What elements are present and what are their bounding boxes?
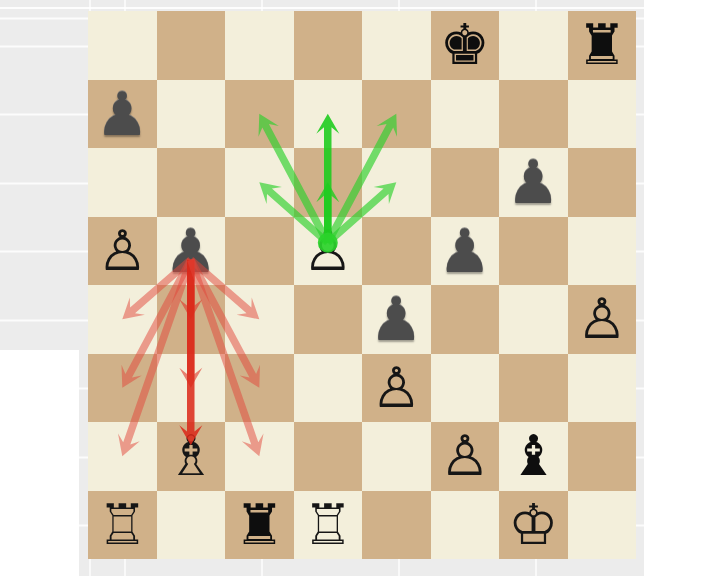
square-b4[interactable] [157, 285, 226, 354]
square-a4[interactable] [88, 285, 157, 354]
square-c2[interactable] [225, 422, 294, 491]
black-king-f8[interactable]: ♚ [431, 11, 500, 80]
black-bishop-g2[interactable]: ♝ [499, 422, 568, 491]
white-king-g1[interactable]: ♔ [499, 491, 568, 560]
square-d4[interactable] [294, 285, 363, 354]
black-pawn-b5[interactable]: ♟ [157, 217, 226, 286]
white-pawn-h4[interactable]: ♙ [568, 285, 637, 354]
square-g8[interactable] [499, 11, 568, 80]
square-a6[interactable] [88, 148, 157, 217]
black-pawn-e4[interactable]: ♟ [362, 285, 431, 354]
square-h7[interactable] [568, 80, 637, 149]
side-panel [644, 0, 720, 576]
square-h5[interactable] [568, 217, 637, 286]
white-bishop-b2[interactable]: ♗ [157, 422, 226, 491]
black-rook-h8[interactable]: ♜ [568, 11, 637, 80]
background-panel [0, 350, 79, 576]
black-pawn-a7[interactable]: ♟ [88, 80, 157, 149]
white-pawn-d5[interactable]: ♙ [294, 217, 363, 286]
square-e2[interactable] [362, 422, 431, 491]
white-rook-d1[interactable]: ♖ [294, 491, 363, 560]
square-d8[interactable] [294, 11, 363, 80]
square-c4[interactable] [225, 285, 294, 354]
square-g4[interactable] [499, 285, 568, 354]
square-d7[interactable] [294, 80, 363, 149]
black-pawn-g6[interactable]: ♟ [499, 148, 568, 217]
square-g5[interactable] [499, 217, 568, 286]
square-h6[interactable] [568, 148, 637, 217]
square-h2[interactable] [568, 422, 637, 491]
square-c3[interactable] [225, 354, 294, 423]
square-d2[interactable] [294, 422, 363, 491]
square-a2[interactable] [88, 422, 157, 491]
square-d6[interactable] [294, 148, 363, 217]
white-pawn-e3[interactable]: ♙ [362, 354, 431, 423]
square-g7[interactable] [499, 80, 568, 149]
square-b1[interactable] [157, 491, 226, 560]
square-e1[interactable] [362, 491, 431, 560]
square-f3[interactable] [431, 354, 500, 423]
page-background: ♚♜♟♟♙♟♙♟♟♙♙♗♙♝♖♜♖♔ [0, 0, 720, 576]
chess-board[interactable]: ♚♜♟♟♙♟♙♟♟♙♙♗♙♝♖♜♖♔ [88, 11, 636, 559]
square-f7[interactable] [431, 80, 500, 149]
square-b3[interactable] [157, 354, 226, 423]
background-seam [0, 7, 720, 9]
square-a3[interactable] [88, 354, 157, 423]
white-pawn-f2[interactable]: ♙ [431, 422, 500, 491]
square-c8[interactable] [225, 11, 294, 80]
square-e5[interactable] [362, 217, 431, 286]
square-h1[interactable] [568, 491, 637, 560]
square-d3[interactable] [294, 354, 363, 423]
square-f4[interactable] [431, 285, 500, 354]
square-f6[interactable] [431, 148, 500, 217]
square-e8[interactable] [362, 11, 431, 80]
square-e7[interactable] [362, 80, 431, 149]
square-g3[interactable] [499, 354, 568, 423]
square-c6[interactable] [225, 148, 294, 217]
square-c7[interactable] [225, 80, 294, 149]
square-f1[interactable] [431, 491, 500, 560]
square-e6[interactable] [362, 148, 431, 217]
black-pawn-f5[interactable]: ♟ [431, 217, 500, 286]
white-pawn-a5[interactable]: ♙ [88, 217, 157, 286]
square-b8[interactable] [157, 11, 226, 80]
white-rook-a1[interactable]: ♖ [88, 491, 157, 560]
square-a8[interactable] [88, 11, 157, 80]
square-b7[interactable] [157, 80, 226, 149]
square-b6[interactable] [157, 148, 226, 217]
square-h3[interactable] [568, 354, 637, 423]
square-c5[interactable] [225, 217, 294, 286]
black-rook-c1[interactable]: ♜ [225, 491, 294, 560]
